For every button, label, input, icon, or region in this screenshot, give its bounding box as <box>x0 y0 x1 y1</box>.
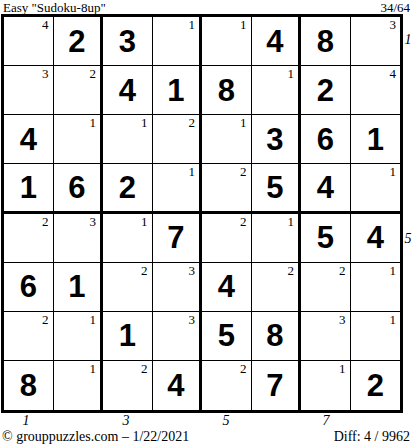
digit: 4 <box>20 124 37 155</box>
digit: 4 <box>266 26 283 57</box>
cell-r7c7[interactable]: 3 <box>301 312 351 361</box>
cell-r7c1[interactable]: 2 <box>4 312 54 361</box>
cell-r7c3[interactable]: 1 <box>103 312 153 361</box>
digit: 6 <box>68 172 85 203</box>
digit: 1 <box>367 124 384 155</box>
cell-r3c2[interactable]: 1 <box>54 115 104 164</box>
pencil-mark: 1 <box>189 165 196 179</box>
digit: 5 <box>317 222 334 253</box>
pencil-mark: 3 <box>339 313 346 327</box>
cell-r5c7[interactable]: 5 <box>301 214 351 263</box>
cell-r8c3[interactable]: 2 <box>103 361 153 410</box>
pencil-mark: 2 <box>288 264 295 278</box>
row-label-1: 1 <box>404 33 412 47</box>
cell-r1c2[interactable]: 2 <box>54 17 104 66</box>
page: { "game": "sudoku-8up (8x8 sudoku, boxes… <box>0 0 412 447</box>
digit: 6 <box>317 124 334 155</box>
cell-r4c5[interactable]: 2 <box>202 164 252 213</box>
cell-r5c5[interactable]: 2 <box>202 214 252 263</box>
cell-r8c2[interactable]: 1 <box>54 361 104 410</box>
pencil-mark: 1 <box>390 165 397 179</box>
pencil-mark: 1 <box>90 116 97 130</box>
pencil-mark: 1 <box>90 313 97 327</box>
digit: 6 <box>20 271 37 302</box>
pencil-mark: 1 <box>288 67 295 81</box>
digit: 2 <box>68 26 85 57</box>
pencil-mark: 2 <box>339 264 346 278</box>
pencil-mark: 2 <box>189 116 196 130</box>
digit: 2 <box>367 370 384 401</box>
digit: 8 <box>20 370 37 401</box>
pencil-mark: 1 <box>339 362 346 376</box>
cell-r2c3[interactable]: 4 <box>103 66 153 115</box>
pencil-mark: 3 <box>189 264 196 278</box>
digit: 8 <box>317 26 334 57</box>
cell-r2c6[interactable]: 1 <box>252 66 302 115</box>
digit: 5 <box>218 320 235 351</box>
pencil-mark: 3 <box>42 67 49 81</box>
difficulty-label: Diff: 4 / 9962 <box>334 429 410 445</box>
pencil-mark: 4 <box>390 67 397 81</box>
digit: 4 <box>218 271 235 302</box>
cell-r2c4[interactable]: 1 <box>153 66 203 115</box>
cell-r4c8[interactable]: 1 <box>351 164 401 213</box>
cell-r1c3[interactable]: 3 <box>103 17 153 66</box>
cell-r4c4[interactable]: 1 <box>153 164 203 213</box>
cell-r2c2[interactable]: 2 <box>54 66 104 115</box>
cell-r1c8[interactable]: 3 <box>351 17 401 66</box>
pencil-mark: 1 <box>141 215 148 229</box>
digit: 7 <box>266 370 283 401</box>
digit: 3 <box>119 26 136 57</box>
cell-r6c6[interactable]: 2 <box>252 263 302 312</box>
cell-r8c6[interactable]: 7 <box>252 361 302 410</box>
cell-r3c1[interactable]: 4 <box>4 115 54 164</box>
pencil-mark: 2 <box>240 362 247 376</box>
cell-r7c6[interactable]: 8 <box>252 312 302 361</box>
cell-r5c4[interactable]: 7 <box>153 214 203 263</box>
cell-r3c4[interactable]: 2 <box>153 115 203 164</box>
pencil-mark: 3 <box>90 215 97 229</box>
cell-r7c5[interactable]: 5 <box>202 312 252 361</box>
digit: 4 <box>167 370 184 401</box>
copyright-icon: © <box>2 429 13 444</box>
footer-copyright: © grouppuzzles.com – 1/22/2021 <box>2 429 189 445</box>
cell-r1c6[interactable]: 4 <box>252 17 302 66</box>
cell-r7c2[interactable]: 1 <box>54 312 104 361</box>
digit: 4 <box>367 222 384 253</box>
cell-r6c5[interactable]: 4 <box>202 263 252 312</box>
cell-r5c6[interactable]: 1 <box>252 214 302 263</box>
cell-r4c7[interactable]: 4 <box>301 164 351 213</box>
digit: 8 <box>266 320 283 351</box>
pencil-mark: 1 <box>390 313 397 327</box>
cell-r8c5[interactable]: 2 <box>202 361 252 410</box>
digit: 2 <box>119 172 136 203</box>
cell-r1c5[interactable]: 1 <box>202 17 252 66</box>
digit: 4 <box>317 172 334 203</box>
cell-r5c2[interactable]: 3 <box>54 214 104 263</box>
cell-r3c8[interactable]: 1 <box>351 115 401 164</box>
col-label-7: 7 <box>316 414 336 428</box>
pencil-mark: 2 <box>240 165 247 179</box>
pencil-mark: 1 <box>288 215 295 229</box>
digit: 8 <box>218 75 235 106</box>
cell-r7c4[interactable]: 3 <box>153 312 203 361</box>
cell-r1c4[interactable]: 1 <box>153 17 203 66</box>
cell-r4c3[interactable]: 2 <box>103 164 153 213</box>
pencil-mark: 4 <box>42 18 49 32</box>
cell-r3c6[interactable]: 3 <box>252 115 302 164</box>
pencil-mark: 1 <box>390 264 397 278</box>
col-label-1: 1 <box>16 414 36 428</box>
digit: 7 <box>167 222 184 253</box>
pencil-mark: 2 <box>90 67 97 81</box>
cell-r6c3[interactable]: 2 <box>103 263 153 312</box>
cell-r3c5[interactable]: 1 <box>202 115 252 164</box>
digit: 5 <box>266 172 283 203</box>
pencil-mark: 3 <box>390 18 397 32</box>
pencil-mark: 1 <box>240 18 247 32</box>
pencil-mark: 2 <box>42 313 49 327</box>
pencil-mark: 1 <box>141 116 148 130</box>
pencil-mark: 1 <box>90 362 97 376</box>
pencil-mark: 2 <box>141 362 148 376</box>
pencil-mark: 1 <box>189 18 196 32</box>
cell-r3c3[interactable]: 1 <box>103 115 153 164</box>
cell-r8c7[interactable]: 1 <box>301 361 351 410</box>
pencil-mark: 3 <box>189 313 196 327</box>
cell-r8c8[interactable]: 2 <box>351 361 401 410</box>
cell-r5c1[interactable]: 2 <box>4 214 54 263</box>
cell-r2c1[interactable]: 3 <box>4 66 54 115</box>
digit: 2 <box>317 75 334 106</box>
cell-r7c8[interactable]: 1 <box>351 312 401 361</box>
digit: 1 <box>119 320 136 351</box>
sudoku-grid: 4231148332418124411213611621254123172154… <box>1 14 403 413</box>
footer-site-date: grouppuzzles.com – 1/22/2021 <box>16 429 189 444</box>
cell-r4c2[interactable]: 6 <box>54 164 104 213</box>
cell-r6c4[interactable]: 3 <box>153 263 203 312</box>
cell-r1c7[interactable]: 8 <box>301 17 351 66</box>
cell-r4c1[interactable]: 1 <box>4 164 54 213</box>
cell-r6c1[interactable]: 6 <box>4 263 54 312</box>
cell-r8c1[interactable]: 8 <box>4 361 54 410</box>
cell-r6c8[interactable]: 1 <box>351 263 401 312</box>
digit: 1 <box>167 75 184 106</box>
col-label-5: 5 <box>216 414 236 428</box>
cell-r2c8[interactable]: 4 <box>351 66 401 115</box>
cell-r2c5[interactable]: 8 <box>202 66 252 115</box>
row-label-5: 5 <box>404 232 412 246</box>
cell-r8c4[interactable]: 4 <box>153 361 203 410</box>
cell-r5c3[interactable]: 1 <box>103 214 153 263</box>
digit: 1 <box>68 271 85 302</box>
digit: 4 <box>119 75 136 106</box>
cell-r6c2[interactable]: 1 <box>54 263 104 312</box>
cell-r3c7[interactable]: 6 <box>301 115 351 164</box>
cell-r1c1[interactable]: 4 <box>4 17 54 66</box>
pencil-mark: 2 <box>240 215 247 229</box>
pencil-mark: 2 <box>141 264 148 278</box>
digit: 1 <box>20 172 37 203</box>
pencil-mark: 1 <box>240 116 247 130</box>
cell-r6c7[interactable]: 2 <box>301 263 351 312</box>
digit: 3 <box>266 124 283 155</box>
cell-r4c6[interactable]: 5 <box>252 164 302 213</box>
pencil-mark: 2 <box>42 215 49 229</box>
col-label-3: 3 <box>116 414 136 428</box>
cell-r2c7[interactable]: 2 <box>301 66 351 115</box>
cell-r5c8[interactable]: 4 <box>351 214 401 263</box>
